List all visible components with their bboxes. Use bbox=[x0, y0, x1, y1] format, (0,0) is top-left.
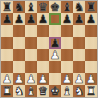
black-pawn[interactable]: ♟ bbox=[86, 13, 96, 25]
square-a5[interactable] bbox=[1, 37, 13, 49]
chess-board: ♜♞♝♛♚♝♞♜♟♟♟♟♟♟♟♟♟♟♟♟♟♟♟♟♜♞♝♛♚♝♞♜ bbox=[1, 1, 97, 97]
square-h1[interactable]: ♜ bbox=[85, 85, 97, 97]
square-b1[interactable]: ♞ bbox=[13, 85, 25, 97]
black-pawn[interactable]: ♟ bbox=[14, 13, 24, 25]
square-a7[interactable]: ♟ bbox=[1, 13, 13, 25]
black-pawn[interactable]: ♟ bbox=[62, 13, 72, 25]
square-f1[interactable]: ♝ bbox=[61, 85, 73, 97]
white-queen[interactable]: ♛ bbox=[38, 85, 48, 97]
square-c6[interactable] bbox=[25, 25, 37, 37]
white-bishop[interactable]: ♝ bbox=[26, 85, 36, 97]
white-bishop[interactable]: ♝ bbox=[62, 85, 72, 97]
black-pawn[interactable]: ♟ bbox=[26, 13, 36, 25]
square-c7[interactable]: ♟ bbox=[25, 13, 37, 25]
square-e7[interactable] bbox=[49, 13, 61, 25]
square-d7[interactable]: ♟ bbox=[37, 13, 49, 25]
square-e8[interactable]: ♚ bbox=[49, 1, 61, 13]
square-d5[interactable] bbox=[37, 37, 49, 49]
square-e3[interactable] bbox=[49, 61, 61, 73]
white-rook[interactable]: ♜ bbox=[86, 85, 96, 97]
chess-board-frame: ♜♞♝♛♚♝♞♜♟♟♟♟♟♟♟♟♟♟♟♟♟♟♟♟♜♞♝♛♚♝♞♜ bbox=[0, 0, 98, 98]
square-d1[interactable]: ♛ bbox=[37, 85, 49, 97]
square-h6[interactable] bbox=[85, 25, 97, 37]
white-king[interactable]: ♚ bbox=[50, 85, 60, 97]
white-knight[interactable]: ♞ bbox=[74, 85, 84, 97]
square-d6[interactable] bbox=[37, 25, 49, 37]
square-h4[interactable] bbox=[85, 49, 97, 61]
square-b7[interactable]: ♟ bbox=[13, 13, 25, 25]
white-knight[interactable]: ♞ bbox=[14, 85, 24, 97]
white-rook[interactable]: ♜ bbox=[2, 85, 12, 97]
square-f5[interactable] bbox=[61, 37, 73, 49]
square-a4[interactable] bbox=[1, 49, 13, 61]
black-king[interactable]: ♚ bbox=[50, 1, 60, 13]
black-pawn[interactable]: ♟ bbox=[38, 13, 48, 25]
black-pawn[interactable]: ♟ bbox=[2, 13, 12, 25]
square-b4[interactable] bbox=[13, 49, 25, 61]
square-f4[interactable] bbox=[61, 49, 73, 61]
square-a1[interactable]: ♜ bbox=[1, 85, 13, 97]
square-f7[interactable]: ♟ bbox=[61, 13, 73, 25]
square-a6[interactable] bbox=[1, 25, 13, 37]
square-h5[interactable] bbox=[85, 37, 97, 49]
square-g4[interactable] bbox=[73, 49, 85, 61]
square-g1[interactable]: ♞ bbox=[73, 85, 85, 97]
square-c4[interactable] bbox=[25, 49, 37, 61]
square-g7[interactable]: ♟ bbox=[73, 13, 85, 25]
square-c5[interactable] bbox=[25, 37, 37, 49]
square-b6[interactable] bbox=[13, 25, 25, 37]
square-e4[interactable]: ♟ bbox=[49, 49, 61, 61]
square-h7[interactable]: ♟ bbox=[85, 13, 97, 25]
square-g5[interactable] bbox=[73, 37, 85, 49]
black-pawn[interactable]: ♟ bbox=[74, 13, 84, 25]
square-d4[interactable] bbox=[37, 49, 49, 61]
square-g6[interactable] bbox=[73, 25, 85, 37]
square-e1[interactable]: ♚ bbox=[49, 85, 61, 97]
square-c1[interactable]: ♝ bbox=[25, 85, 37, 97]
square-b5[interactable] bbox=[13, 37, 25, 49]
white-pawn[interactable]: ♟ bbox=[50, 49, 60, 61]
square-f6[interactable] bbox=[61, 25, 73, 37]
